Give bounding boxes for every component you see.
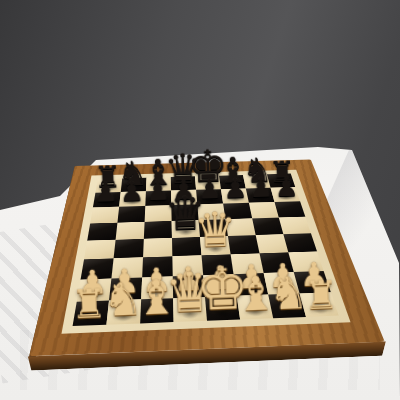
board-left-edge [29,166,76,370]
square-a6 [90,207,119,224]
square-a7: ♟ [93,192,121,208]
piece-black-pawn: ♟ [274,174,298,201]
square-h7: ♟ [271,187,300,202]
square-h4 [283,233,317,252]
piece-black-pawn: ♟ [223,175,248,202]
square-f1: ♝ [237,295,273,320]
board-maple-border: ♜♞♝♛♚♝♞♜♟♟♟♟♟♟♟♟♛♛♟♟♟♟♟♟♟♟♜♞♝♛♚♝♞♜ [61,170,350,334]
piece-white-rook: ♜ [303,275,339,315]
square-b5 [116,222,145,240]
piece-black-pawn: ♟ [93,179,118,207]
piece-white-queen: ♛ [193,205,237,254]
square-g4 [256,234,289,253]
board-perspective: ♜♞♝♛♚♝♞♜♟♟♟♟♟♟♟♟♛♛♟♟♟♟♟♟♟♟♜♞♝♛♚♝♞♜ [0,0,400,400]
square-b6 [117,206,145,223]
square-g7: ♟ [246,188,275,203]
square-c4 [143,238,172,257]
square-b4 [114,239,144,258]
chessboard-frame: ♜♞♝♛♚♝♞♜♟♟♟♟♟♟♟♟♛♛♟♟♟♟♟♟♟♟♜♞♝♛♚♝♞♜ [29,160,385,357]
piece-black-pawn: ♟ [119,178,144,206]
square-g6 [249,202,279,218]
square-e4: ♛ [200,236,231,255]
square-b7: ♟ [119,191,146,206]
square-a5 [87,223,117,241]
square-a4 [84,240,116,260]
square-g1: ♞ [268,293,306,318]
board-front-edge [28,342,386,371]
square-h5 [279,217,311,235]
square-h1: ♜ [300,292,339,317]
scene: ♜♞♝♛♚♝♞♜♟♟♟♟♟♟♟♟♛♛♟♟♟♟♟♟♟♟♜♞♝♛♚♝♞♜ [0,0,400,400]
square-h6 [275,201,306,217]
piece-black-pawn: ♟ [249,174,274,201]
chess-board: ♜♞♝♛♚♝♞♜♟♟♟♟♟♟♟♟♛♛♟♟♟♟♟♟♟♟♜♞♝♛♚♝♞♜ [73,174,339,326]
